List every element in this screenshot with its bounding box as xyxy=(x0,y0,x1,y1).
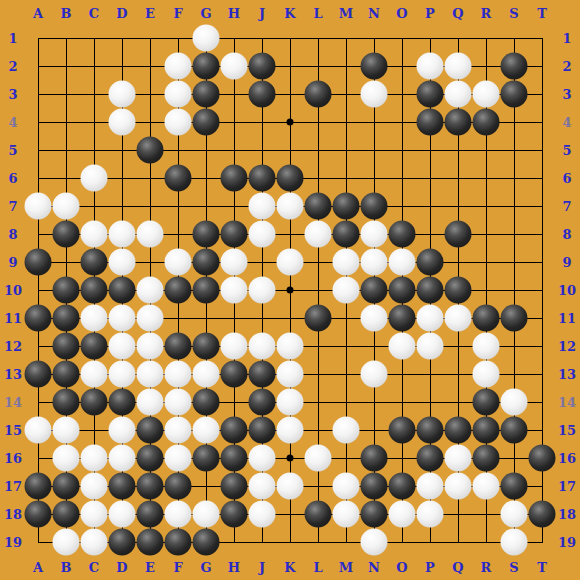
stone-white-F18[interactable] xyxy=(165,501,192,528)
stone-black-A17[interactable] xyxy=(25,473,52,500)
stone-white-F3[interactable] xyxy=(165,81,192,108)
coord-label-left-14: 14 xyxy=(4,396,22,409)
coord-label-left-3: 3 xyxy=(8,88,17,101)
stone-white-A7[interactable] xyxy=(25,193,52,220)
stone-black-H15[interactable] xyxy=(221,417,248,444)
stone-white-B15[interactable] xyxy=(53,417,80,444)
stone-black-Q15[interactable] xyxy=(445,417,472,444)
stone-white-J8[interactable] xyxy=(249,221,276,248)
coord-label-bottom-T: T xyxy=(537,561,547,574)
stone-black-N7[interactable] xyxy=(361,193,388,220)
stone-black-M8[interactable] xyxy=(333,221,360,248)
stone-white-N13[interactable] xyxy=(361,361,388,388)
stone-white-B7[interactable] xyxy=(53,193,80,220)
stone-white-H2[interactable] xyxy=(221,53,248,80)
coord-label-right-8: 8 xyxy=(562,228,571,241)
coord-label-right-15: 15 xyxy=(558,424,576,437)
coord-label-bottom-C: C xyxy=(89,561,99,574)
stone-white-G15[interactable] xyxy=(193,417,220,444)
stone-black-R14[interactable] xyxy=(473,389,500,416)
coord-label-left-4: 4 xyxy=(8,116,17,129)
stone-black-B17[interactable] xyxy=(53,473,80,500)
coord-label-right-11: 11 xyxy=(558,312,576,325)
stone-white-L16[interactable] xyxy=(305,445,332,472)
coord-label-top-P: P xyxy=(425,7,435,20)
coord-label-right-14: 14 xyxy=(558,396,576,409)
stone-black-B11[interactable] xyxy=(53,305,80,332)
coord-label-right-5: 5 xyxy=(562,144,571,157)
coord-label-left-18: 18 xyxy=(4,508,22,521)
stone-white-S14[interactable] xyxy=(501,389,528,416)
coord-label-bottom-S: S xyxy=(509,561,518,574)
coord-label-left-16: 16 xyxy=(4,452,22,465)
stone-white-B19[interactable] xyxy=(53,529,80,556)
stone-black-B18[interactable] xyxy=(53,501,80,528)
stone-black-P4[interactable] xyxy=(417,109,444,136)
stone-white-N8[interactable] xyxy=(361,221,388,248)
stone-white-O9[interactable] xyxy=(389,249,416,276)
stone-black-L3[interactable] xyxy=(305,81,332,108)
stone-white-B16[interactable] xyxy=(53,445,80,472)
stone-black-O10[interactable] xyxy=(389,277,416,304)
stone-black-P10[interactable] xyxy=(417,277,444,304)
stone-black-C10[interactable] xyxy=(81,277,108,304)
stone-black-A9[interactable] xyxy=(25,249,52,276)
coord-label-right-4: 4 xyxy=(562,116,571,129)
stone-black-F12[interactable] xyxy=(165,333,192,360)
stone-white-R13[interactable] xyxy=(473,361,500,388)
stone-white-D11[interactable] xyxy=(109,305,136,332)
stone-black-G14[interactable] xyxy=(193,389,220,416)
stone-black-R15[interactable] xyxy=(473,417,500,444)
stone-black-P16[interactable] xyxy=(417,445,444,472)
coord-label-top-E: E xyxy=(145,7,155,20)
stone-white-N3[interactable] xyxy=(361,81,388,108)
coord-label-bottom-R: R xyxy=(481,561,492,574)
coord-label-left-17: 17 xyxy=(4,480,22,493)
stone-black-O17[interactable] xyxy=(389,473,416,500)
stone-white-M17[interactable] xyxy=(333,473,360,500)
stone-white-Q16[interactable] xyxy=(445,445,472,472)
stone-black-A13[interactable] xyxy=(25,361,52,388)
coord-label-bottom-H: H xyxy=(228,561,240,574)
stone-black-F17[interactable] xyxy=(165,473,192,500)
stone-black-N17[interactable] xyxy=(361,473,388,500)
stone-black-N2[interactable] xyxy=(361,53,388,80)
coord-label-top-A: A xyxy=(33,7,43,20)
coord-label-left-8: 8 xyxy=(8,228,17,241)
stone-black-R4[interactable] xyxy=(473,109,500,136)
coord-label-right-3: 3 xyxy=(562,88,571,101)
stone-white-M15[interactable] xyxy=(333,417,360,444)
coord-label-bottom-P: P xyxy=(425,561,435,574)
coord-label-bottom-J: J xyxy=(259,561,265,574)
coord-label-right-19: 19 xyxy=(558,536,576,549)
stone-white-M9[interactable] xyxy=(333,249,360,276)
stone-black-G2[interactable] xyxy=(193,53,220,80)
coord-label-left-11: 11 xyxy=(4,312,22,325)
stone-black-D10[interactable] xyxy=(109,277,136,304)
stone-black-P3[interactable] xyxy=(417,81,444,108)
stone-white-E12[interactable] xyxy=(137,333,164,360)
stone-white-C17[interactable] xyxy=(81,473,108,500)
coord-label-right-1: 1 xyxy=(562,32,571,45)
stone-white-G1[interactable] xyxy=(193,25,220,52)
stone-black-T16[interactable] xyxy=(529,445,556,472)
stone-black-Q4[interactable] xyxy=(445,109,472,136)
stone-white-M10[interactable] xyxy=(333,277,360,304)
stone-black-S15[interactable] xyxy=(501,417,528,444)
coord-label-left-19: 19 xyxy=(4,536,22,549)
stone-white-A15[interactable] xyxy=(25,417,52,444)
stone-white-S19[interactable] xyxy=(501,529,528,556)
stone-white-C13[interactable] xyxy=(81,361,108,388)
coord-label-bottom-D: D xyxy=(116,561,127,574)
coord-label-bottom-A: A xyxy=(33,561,43,574)
stone-white-P11[interactable] xyxy=(417,305,444,332)
stone-black-D19[interactable] xyxy=(109,529,136,556)
coord-label-right-2: 2 xyxy=(562,60,571,73)
stone-white-Q17[interactable] xyxy=(445,473,472,500)
stone-white-Q2[interactable] xyxy=(445,53,472,80)
stone-black-E18[interactable] xyxy=(137,501,164,528)
stone-white-D4[interactable] xyxy=(109,109,136,136)
stone-white-P17[interactable] xyxy=(417,473,444,500)
stone-white-K14[interactable] xyxy=(277,389,304,416)
stone-black-G8[interactable] xyxy=(193,221,220,248)
stone-black-P9[interactable] xyxy=(417,249,444,276)
stone-white-H10[interactable] xyxy=(221,277,248,304)
coord-label-right-16: 16 xyxy=(558,452,576,465)
stone-black-S17[interactable] xyxy=(501,473,528,500)
stone-white-S18[interactable] xyxy=(501,501,528,528)
stone-black-S2[interactable] xyxy=(501,53,528,80)
stone-black-H6[interactable] xyxy=(221,165,248,192)
stone-black-B10[interactable] xyxy=(53,277,80,304)
stone-white-E11[interactable] xyxy=(137,305,164,332)
stone-black-H16[interactable] xyxy=(221,445,248,472)
stone-white-F13[interactable] xyxy=(165,361,192,388)
stone-black-T18[interactable] xyxy=(529,501,556,528)
coord-label-bottom-G: G xyxy=(200,561,211,574)
coord-label-bottom-L: L xyxy=(313,561,322,574)
star-point-K10 xyxy=(287,287,294,294)
stone-white-R17[interactable] xyxy=(473,473,500,500)
coord-label-top-T: T xyxy=(537,7,547,20)
stone-white-N11[interactable] xyxy=(361,305,388,332)
stone-white-H12[interactable] xyxy=(221,333,248,360)
coord-label-bottom-M: M xyxy=(339,561,353,574)
stone-white-K12[interactable] xyxy=(277,333,304,360)
stone-white-R3[interactable] xyxy=(473,81,500,108)
stone-black-G9[interactable] xyxy=(193,249,220,276)
stone-white-J18[interactable] xyxy=(249,501,276,528)
stone-white-N9[interactable] xyxy=(361,249,388,276)
coord-label-top-R: R xyxy=(481,7,492,20)
stone-black-L11[interactable] xyxy=(305,305,332,332)
stone-black-H13[interactable] xyxy=(221,361,248,388)
stone-black-J3[interactable] xyxy=(249,81,276,108)
stone-white-F9[interactable] xyxy=(165,249,192,276)
stone-black-Q8[interactable] xyxy=(445,221,472,248)
stone-white-D9[interactable] xyxy=(109,249,136,276)
stone-white-F16[interactable] xyxy=(165,445,192,472)
stone-white-D12[interactable] xyxy=(109,333,136,360)
coord-label-left-10: 10 xyxy=(4,284,22,297)
stone-white-D16[interactable] xyxy=(109,445,136,472)
stone-white-D15[interactable] xyxy=(109,417,136,444)
stone-black-A18[interactable] xyxy=(25,501,52,528)
stone-black-E15[interactable] xyxy=(137,417,164,444)
stone-white-K17[interactable] xyxy=(277,473,304,500)
stone-white-K7[interactable] xyxy=(277,193,304,220)
stone-black-C12[interactable] xyxy=(81,333,108,360)
coord-label-left-6: 6 xyxy=(8,172,17,185)
coord-label-top-L: L xyxy=(313,7,322,20)
stone-black-D14[interactable] xyxy=(109,389,136,416)
stone-white-P18[interactable] xyxy=(417,501,444,528)
stone-white-C6[interactable] xyxy=(81,165,108,192)
stone-black-F19[interactable] xyxy=(165,529,192,556)
stone-black-J15[interactable] xyxy=(249,417,276,444)
stone-white-F15[interactable] xyxy=(165,417,192,444)
coord-label-right-9: 9 xyxy=(562,256,571,269)
stone-black-G10[interactable] xyxy=(193,277,220,304)
stone-white-N19[interactable] xyxy=(361,529,388,556)
coord-label-top-B: B xyxy=(61,7,72,20)
stone-black-G12[interactable] xyxy=(193,333,220,360)
coord-label-top-N: N xyxy=(368,7,380,20)
stone-black-R16[interactable] xyxy=(473,445,500,472)
coord-label-right-12: 12 xyxy=(558,340,576,353)
coord-label-top-D: D xyxy=(116,7,127,20)
stone-white-E13[interactable] xyxy=(137,361,164,388)
stone-white-D18[interactable] xyxy=(109,501,136,528)
coord-label-left-5: 5 xyxy=(8,144,17,157)
coord-label-top-Q: Q xyxy=(452,7,463,20)
coord-label-bottom-Q: Q xyxy=(452,561,463,574)
stone-white-F4[interactable] xyxy=(165,109,192,136)
stone-black-M7[interactable] xyxy=(333,193,360,220)
stone-white-E14[interactable] xyxy=(137,389,164,416)
star-point-K4 xyxy=(287,119,294,126)
coord-label-top-C: C xyxy=(89,7,99,20)
stone-black-G3[interactable] xyxy=(193,81,220,108)
stone-black-F6[interactable] xyxy=(165,165,192,192)
stone-white-C16[interactable] xyxy=(81,445,108,472)
stone-white-P12[interactable] xyxy=(417,333,444,360)
stone-white-H9[interactable] xyxy=(221,249,248,276)
stone-white-R12[interactable] xyxy=(473,333,500,360)
stone-black-E16[interactable] xyxy=(137,445,164,472)
coord-label-top-K: K xyxy=(284,7,295,20)
coord-label-top-S: S xyxy=(509,7,518,20)
stone-black-G16[interactable] xyxy=(193,445,220,472)
stone-white-D8[interactable] xyxy=(109,221,136,248)
stone-black-L7[interactable] xyxy=(305,193,332,220)
stone-white-G18[interactable] xyxy=(193,501,220,528)
star-point-K16 xyxy=(287,455,294,462)
coord-label-left-7: 7 xyxy=(8,200,17,213)
stone-white-J16[interactable] xyxy=(249,445,276,472)
stone-white-F14[interactable] xyxy=(165,389,192,416)
coord-label-left-2: 2 xyxy=(8,60,17,73)
stone-white-C11[interactable] xyxy=(81,305,108,332)
stone-white-M18[interactable] xyxy=(333,501,360,528)
stone-white-E10[interactable] xyxy=(137,277,164,304)
coord-label-left-1: 1 xyxy=(8,32,17,45)
coord-label-right-10: 10 xyxy=(558,284,576,297)
stone-black-J14[interactable] xyxy=(249,389,276,416)
stone-black-H8[interactable] xyxy=(221,221,248,248)
stone-white-Q11[interactable] xyxy=(445,305,472,332)
stone-white-C19[interactable] xyxy=(81,529,108,556)
stone-black-J13[interactable] xyxy=(249,361,276,388)
stone-white-K9[interactable] xyxy=(277,249,304,276)
stone-white-Q3[interactable] xyxy=(445,81,472,108)
stone-black-G4[interactable] xyxy=(193,109,220,136)
coord-label-right-17: 17 xyxy=(558,480,576,493)
stone-white-O12[interactable] xyxy=(389,333,416,360)
stone-black-N16[interactable] xyxy=(361,445,388,472)
stone-black-J6[interactable] xyxy=(249,165,276,192)
coord-label-left-9: 9 xyxy=(8,256,17,269)
coord-label-left-15: 15 xyxy=(4,424,22,437)
stone-black-H17[interactable] xyxy=(221,473,248,500)
stone-black-L18[interactable] xyxy=(305,501,332,528)
coord-label-left-12: 12 xyxy=(4,340,22,353)
coord-label-bottom-N: N xyxy=(368,561,380,574)
stone-black-E5[interactable] xyxy=(137,137,164,164)
stone-black-N10[interactable] xyxy=(361,277,388,304)
stone-white-J12[interactable] xyxy=(249,333,276,360)
stone-black-B14[interactable] xyxy=(53,389,80,416)
stone-white-O18[interactable] xyxy=(389,501,416,528)
stone-black-B12[interactable] xyxy=(53,333,80,360)
coord-label-bottom-E: E xyxy=(145,561,155,574)
stone-black-R11[interactable] xyxy=(473,305,500,332)
stone-black-B13[interactable] xyxy=(53,361,80,388)
coord-label-right-7: 7 xyxy=(562,200,571,213)
stone-white-L8[interactable] xyxy=(305,221,332,248)
coord-label-top-M: M xyxy=(339,7,353,20)
stone-white-C18[interactable] xyxy=(81,501,108,528)
stone-black-N18[interactable] xyxy=(361,501,388,528)
coord-label-right-13: 13 xyxy=(558,368,576,381)
stone-black-A11[interactable] xyxy=(25,305,52,332)
stone-white-G13[interactable] xyxy=(193,361,220,388)
stone-black-O8[interactable] xyxy=(389,221,416,248)
stone-black-P15[interactable] xyxy=(417,417,444,444)
stone-black-O11[interactable] xyxy=(389,305,416,332)
coord-label-bottom-O: O xyxy=(396,561,407,574)
stone-white-K15[interactable] xyxy=(277,417,304,444)
coord-label-top-H: H xyxy=(228,7,240,20)
stone-white-P2[interactable] xyxy=(417,53,444,80)
coord-label-top-G: G xyxy=(200,7,211,20)
stone-white-D13[interactable] xyxy=(109,361,136,388)
stone-white-D3[interactable] xyxy=(109,81,136,108)
stone-black-F10[interactable] xyxy=(165,277,192,304)
coord-label-right-6: 6 xyxy=(562,172,571,185)
stone-white-C8[interactable] xyxy=(81,221,108,248)
coord-label-bottom-B: B xyxy=(61,561,72,574)
stone-black-G19[interactable] xyxy=(193,529,220,556)
stone-black-C9[interactable] xyxy=(81,249,108,276)
stone-white-E8[interactable] xyxy=(137,221,164,248)
stone-white-J17[interactable] xyxy=(249,473,276,500)
stone-white-F2[interactable] xyxy=(165,53,192,80)
stone-white-J7[interactable] xyxy=(249,193,276,220)
coord-label-right-18: 18 xyxy=(558,508,576,521)
stone-black-K6[interactable] xyxy=(277,165,304,192)
stone-black-S11[interactable] xyxy=(501,305,528,332)
coord-label-top-F: F xyxy=(173,7,182,20)
stone-black-Q10[interactable] xyxy=(445,277,472,304)
stone-black-E19[interactable] xyxy=(137,529,164,556)
stone-black-E17[interactable] xyxy=(137,473,164,500)
stone-black-S3[interactable] xyxy=(501,81,528,108)
coord-label-top-J: J xyxy=(259,7,265,20)
stone-black-D17[interactable] xyxy=(109,473,136,500)
stone-black-C14[interactable] xyxy=(81,389,108,416)
coord-label-left-13: 13 xyxy=(4,368,22,381)
coord-label-bottom-K: K xyxy=(284,561,295,574)
stone-black-H18[interactable] xyxy=(221,501,248,528)
stone-black-O15[interactable] xyxy=(389,417,416,444)
coord-label-top-O: O xyxy=(396,7,407,20)
stone-white-K13[interactable] xyxy=(277,361,304,388)
stone-black-J2[interactable] xyxy=(249,53,276,80)
stone-white-J10[interactable] xyxy=(249,277,276,304)
go-board: AABBCCDDEEFFGGHHJJKKLLMMNNOOPPQQRRSSTT11… xyxy=(0,0,580,580)
coord-label-bottom-F: F xyxy=(173,561,182,574)
stone-black-B8[interactable] xyxy=(53,221,80,248)
